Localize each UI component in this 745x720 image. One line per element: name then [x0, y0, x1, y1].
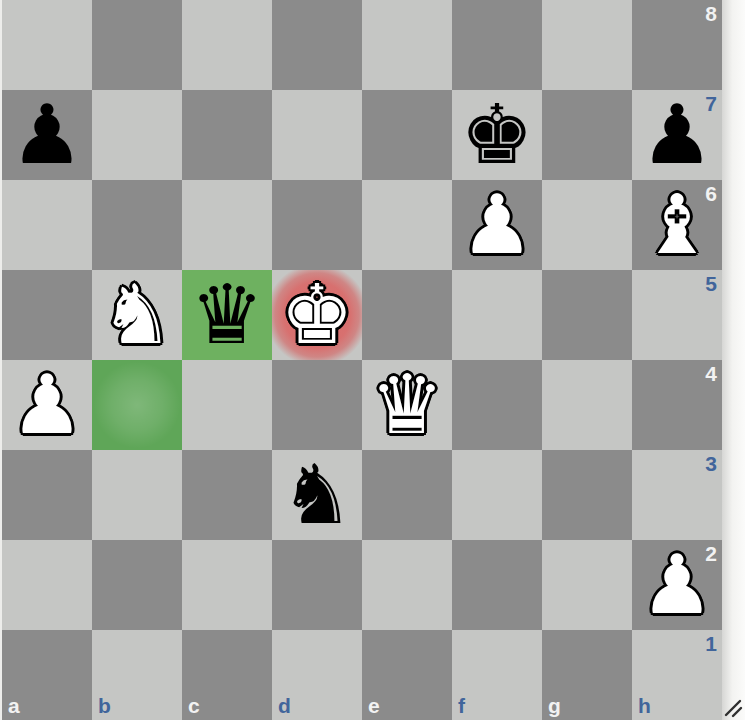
square-d7[interactable]: [272, 90, 362, 180]
square-b3[interactable]: [92, 450, 182, 540]
square-b2[interactable]: [92, 540, 182, 630]
coord-file-a: a: [8, 695, 20, 716]
piece-white-pawn[interactable]: ♟: [2, 360, 92, 450]
square-e2[interactable]: [362, 540, 452, 630]
square-h2[interactable]: ♟2: [632, 540, 722, 630]
square-e1[interactable]: e: [362, 630, 452, 720]
square-a6[interactable]: [2, 180, 92, 270]
square-d2[interactable]: [272, 540, 362, 630]
square-e8[interactable]: [362, 0, 452, 90]
square-e3[interactable]: [362, 450, 452, 540]
square-f6[interactable]: ♟: [452, 180, 542, 270]
square-d3[interactable]: ♞: [272, 450, 362, 540]
square-e7[interactable]: [362, 90, 452, 180]
coord-rank-8: 8: [705, 3, 717, 24]
square-g1[interactable]: g: [542, 630, 632, 720]
square-h4[interactable]: 4: [632, 360, 722, 450]
square-c1[interactable]: c: [182, 630, 272, 720]
square-e6[interactable]: [362, 180, 452, 270]
piece-black-pawn[interactable]: ♟: [2, 90, 92, 180]
square-c8[interactable]: [182, 0, 272, 90]
coord-file-d: d: [278, 695, 291, 716]
square-g5[interactable]: [542, 270, 632, 360]
square-h6[interactable]: ♝6: [632, 180, 722, 270]
page: 8♟♚♟7♟♝6♞♛♚5♟♛4♞3♟2abcdefg1h: [0, 0, 745, 720]
coord-file-f: f: [458, 695, 465, 716]
square-f5[interactable]: [452, 270, 542, 360]
square-d6[interactable]: [272, 180, 362, 270]
square-c5[interactable]: ♛: [182, 270, 272, 360]
square-h8[interactable]: 8: [632, 0, 722, 90]
piece-black-queen[interactable]: ♛: [182, 270, 272, 360]
coord-rank-1: 1: [705, 633, 717, 654]
coord-rank-3: 3: [705, 453, 717, 474]
square-a2[interactable]: [2, 540, 92, 630]
coord-rank-5: 5: [705, 273, 717, 294]
page-background-right: [722, 0, 745, 720]
square-h3[interactable]: 3: [632, 450, 722, 540]
square-f7[interactable]: ♚: [452, 90, 542, 180]
square-g7[interactable]: [542, 90, 632, 180]
square-g8[interactable]: [542, 0, 632, 90]
square-d1[interactable]: d: [272, 630, 362, 720]
square-a7[interactable]: ♟: [2, 90, 92, 180]
coord-file-b: b: [98, 695, 111, 716]
square-b5[interactable]: ♞: [92, 270, 182, 360]
square-h1[interactable]: 1h: [632, 630, 722, 720]
coord-file-g: g: [548, 695, 561, 716]
piece-white-pawn[interactable]: ♟: [452, 180, 542, 270]
square-c2[interactable]: [182, 540, 272, 630]
square-c7[interactable]: [182, 90, 272, 180]
square-a1[interactable]: a: [2, 630, 92, 720]
coord-rank-2: 2: [705, 543, 717, 564]
coord-rank-4: 4: [705, 363, 717, 384]
square-g2[interactable]: [542, 540, 632, 630]
square-f2[interactable]: [452, 540, 542, 630]
coord-rank-6: 6: [705, 183, 717, 204]
coord-file-h: h: [638, 695, 651, 716]
square-c3[interactable]: [182, 450, 272, 540]
square-g6[interactable]: [542, 180, 632, 270]
square-g3[interactable]: [542, 450, 632, 540]
square-b4[interactable]: [92, 360, 182, 450]
square-b1[interactable]: b: [92, 630, 182, 720]
square-c6[interactable]: [182, 180, 272, 270]
square-a5[interactable]: [2, 270, 92, 360]
square-h7[interactable]: ♟7: [632, 90, 722, 180]
square-h5[interactable]: 5: [632, 270, 722, 360]
board-resize-handle[interactable]: [722, 697, 744, 719]
square-d8[interactable]: [272, 0, 362, 90]
square-e5[interactable]: [362, 270, 452, 360]
piece-white-knight[interactable]: ♞: [92, 270, 182, 360]
coord-file-c: c: [188, 695, 200, 716]
square-b7[interactable]: [92, 90, 182, 180]
coord-rank-7: 7: [705, 93, 717, 114]
square-a3[interactable]: [2, 450, 92, 540]
square-g4[interactable]: [542, 360, 632, 450]
square-a4[interactable]: ♟: [2, 360, 92, 450]
square-f4[interactable]: [452, 360, 542, 450]
square-f8[interactable]: [452, 0, 542, 90]
square-e4[interactable]: ♛: [362, 360, 452, 450]
square-b6[interactable]: [92, 180, 182, 270]
coord-file-e: e: [368, 695, 380, 716]
piece-black-knight[interactable]: ♞: [272, 450, 362, 540]
square-d5[interactable]: ♚: [272, 270, 362, 360]
square-b8[interactable]: [92, 0, 182, 90]
square-f3[interactable]: [452, 450, 542, 540]
square-c4[interactable]: [182, 360, 272, 450]
chess-board[interactable]: 8♟♚♟7♟♝6♞♛♚5♟♛4♞3♟2abcdefg1h: [2, 0, 722, 720]
square-a8[interactable]: [2, 0, 92, 90]
piece-white-queen[interactable]: ♛: [362, 360, 452, 450]
resize-grip-icon: [722, 697, 744, 719]
piece-white-king[interactable]: ♚: [272, 270, 362, 360]
piece-black-king[interactable]: ♚: [452, 90, 542, 180]
square-f1[interactable]: f: [452, 630, 542, 720]
square-d4[interactable]: [272, 360, 362, 450]
